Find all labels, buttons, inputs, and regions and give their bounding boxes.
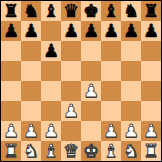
square-e7[interactable]: ♟: [81, 21, 101, 41]
square-f4[interactable]: [101, 81, 121, 101]
black-pawn-icon: ♟: [63, 21, 79, 41]
white-pawn-icon: ♟: [23, 121, 39, 141]
white-pawn-icon: ♟: [3, 121, 19, 141]
white-queen-icon: ♛: [63, 141, 79, 161]
square-c2[interactable]: ♟: [41, 121, 61, 141]
square-e1[interactable]: ♚: [81, 141, 101, 161]
square-h3[interactable]: [141, 101, 161, 121]
square-c6[interactable]: ♟: [41, 41, 61, 61]
black-pawn-icon: ♟: [143, 21, 159, 41]
square-b1[interactable]: ♞: [21, 141, 41, 161]
black-knight-icon: ♞: [123, 1, 139, 21]
square-f3[interactable]: [101, 101, 121, 121]
square-h1[interactable]: ♜: [141, 141, 161, 161]
square-d5[interactable]: [61, 61, 81, 81]
square-e6[interactable]: [81, 41, 101, 61]
white-rook-icon: ♜: [3, 141, 19, 161]
square-e8[interactable]: ♚: [81, 1, 101, 21]
square-c7[interactable]: [41, 21, 61, 41]
square-d8[interactable]: ♛: [61, 1, 81, 21]
square-a8[interactable]: ♜: [1, 1, 21, 21]
square-h5[interactable]: [141, 61, 161, 81]
square-g5[interactable]: [121, 61, 141, 81]
square-a3[interactable]: [1, 101, 21, 121]
square-f8[interactable]: ♝: [101, 1, 121, 21]
square-g1[interactable]: ♞: [121, 141, 141, 161]
square-f2[interactable]: ♟: [101, 121, 121, 141]
square-g3[interactable]: [121, 101, 141, 121]
square-b8[interactable]: ♞: [21, 1, 41, 21]
square-h7[interactable]: ♟: [141, 21, 161, 41]
square-b6[interactable]: [21, 41, 41, 61]
black-pawn-icon: ♟: [3, 21, 19, 41]
black-pawn-icon: ♟: [43, 41, 59, 61]
square-e5[interactable]: [81, 61, 101, 81]
square-c8[interactable]: ♝: [41, 1, 61, 21]
square-h4[interactable]: [141, 81, 161, 101]
square-b4[interactable]: [21, 81, 41, 101]
white-pawn-icon: ♟: [43, 121, 59, 141]
square-f6[interactable]: [101, 41, 121, 61]
square-a6[interactable]: [1, 41, 21, 61]
square-d7[interactable]: ♟: [61, 21, 81, 41]
square-d2[interactable]: [61, 121, 81, 141]
square-g6[interactable]: [121, 41, 141, 61]
square-c4[interactable]: [41, 81, 61, 101]
square-g4[interactable]: [121, 81, 141, 101]
black-pawn-icon: ♟: [123, 21, 139, 41]
square-h8[interactable]: ♜: [141, 1, 161, 21]
square-a5[interactable]: [1, 61, 21, 81]
square-f1[interactable]: ♝: [101, 141, 121, 161]
black-pawn-icon: ♟: [23, 21, 39, 41]
white-knight-icon: ♞: [23, 141, 39, 161]
chess-board: ♜♞♝♛♚♝♞♜♟♟♟♟♟♟♟♟♟♟♟♟♟♟♟♟♜♞♝♛♚♝♞♜: [1, 1, 161, 161]
black-king-icon: ♚: [83, 1, 99, 21]
square-b5[interactable]: [21, 61, 41, 81]
white-knight-icon: ♞: [123, 141, 139, 161]
square-e4[interactable]: ♟: [81, 81, 101, 101]
white-pawn-icon: ♟: [143, 121, 159, 141]
black-rook-icon: ♜: [143, 1, 159, 21]
square-g8[interactable]: ♞: [121, 1, 141, 21]
white-rook-icon: ♜: [143, 141, 159, 161]
black-pawn-icon: ♟: [83, 21, 99, 41]
square-e3[interactable]: [81, 101, 101, 121]
square-a4[interactable]: [1, 81, 21, 101]
square-g2[interactable]: ♟: [121, 121, 141, 141]
square-b7[interactable]: ♟: [21, 21, 41, 41]
square-d3[interactable]: ♟: [61, 101, 81, 121]
square-g7[interactable]: ♟: [121, 21, 141, 41]
square-h2[interactable]: ♟: [141, 121, 161, 141]
white-pawn-icon: ♟: [123, 121, 139, 141]
white-pawn-icon: ♟: [63, 101, 79, 121]
square-a2[interactable]: ♟: [1, 121, 21, 141]
black-rook-icon: ♜: [3, 1, 19, 21]
white-bishop-icon: ♝: [103, 141, 119, 161]
chess-board-frame: ♜♞♝♛♚♝♞♜♟♟♟♟♟♟♟♟♟♟♟♟♟♟♟♟♜♞♝♛♚♝♞♜: [0, 0, 162, 162]
square-d4[interactable]: [61, 81, 81, 101]
square-f7[interactable]: ♟: [101, 21, 121, 41]
square-d1[interactable]: ♛: [61, 141, 81, 161]
white-pawn-icon: ♟: [83, 81, 99, 101]
square-a7[interactable]: ♟: [1, 21, 21, 41]
white-king-icon: ♚: [83, 141, 99, 161]
black-bishop-icon: ♝: [103, 1, 119, 21]
square-b2[interactable]: ♟: [21, 121, 41, 141]
square-f5[interactable]: [101, 61, 121, 81]
black-knight-icon: ♞: [23, 1, 39, 21]
square-c3[interactable]: [41, 101, 61, 121]
square-c5[interactable]: [41, 61, 61, 81]
square-c1[interactable]: ♝: [41, 141, 61, 161]
square-e2[interactable]: [81, 121, 101, 141]
black-pawn-icon: ♟: [103, 21, 119, 41]
square-a1[interactable]: ♜: [1, 141, 21, 161]
black-queen-icon: ♛: [63, 1, 79, 21]
white-bishop-icon: ♝: [43, 141, 59, 161]
black-bishop-icon: ♝: [43, 1, 59, 21]
square-b3[interactable]: [21, 101, 41, 121]
white-pawn-icon: ♟: [103, 121, 119, 141]
square-h6[interactable]: [141, 41, 161, 61]
square-d6[interactable]: [61, 41, 81, 61]
